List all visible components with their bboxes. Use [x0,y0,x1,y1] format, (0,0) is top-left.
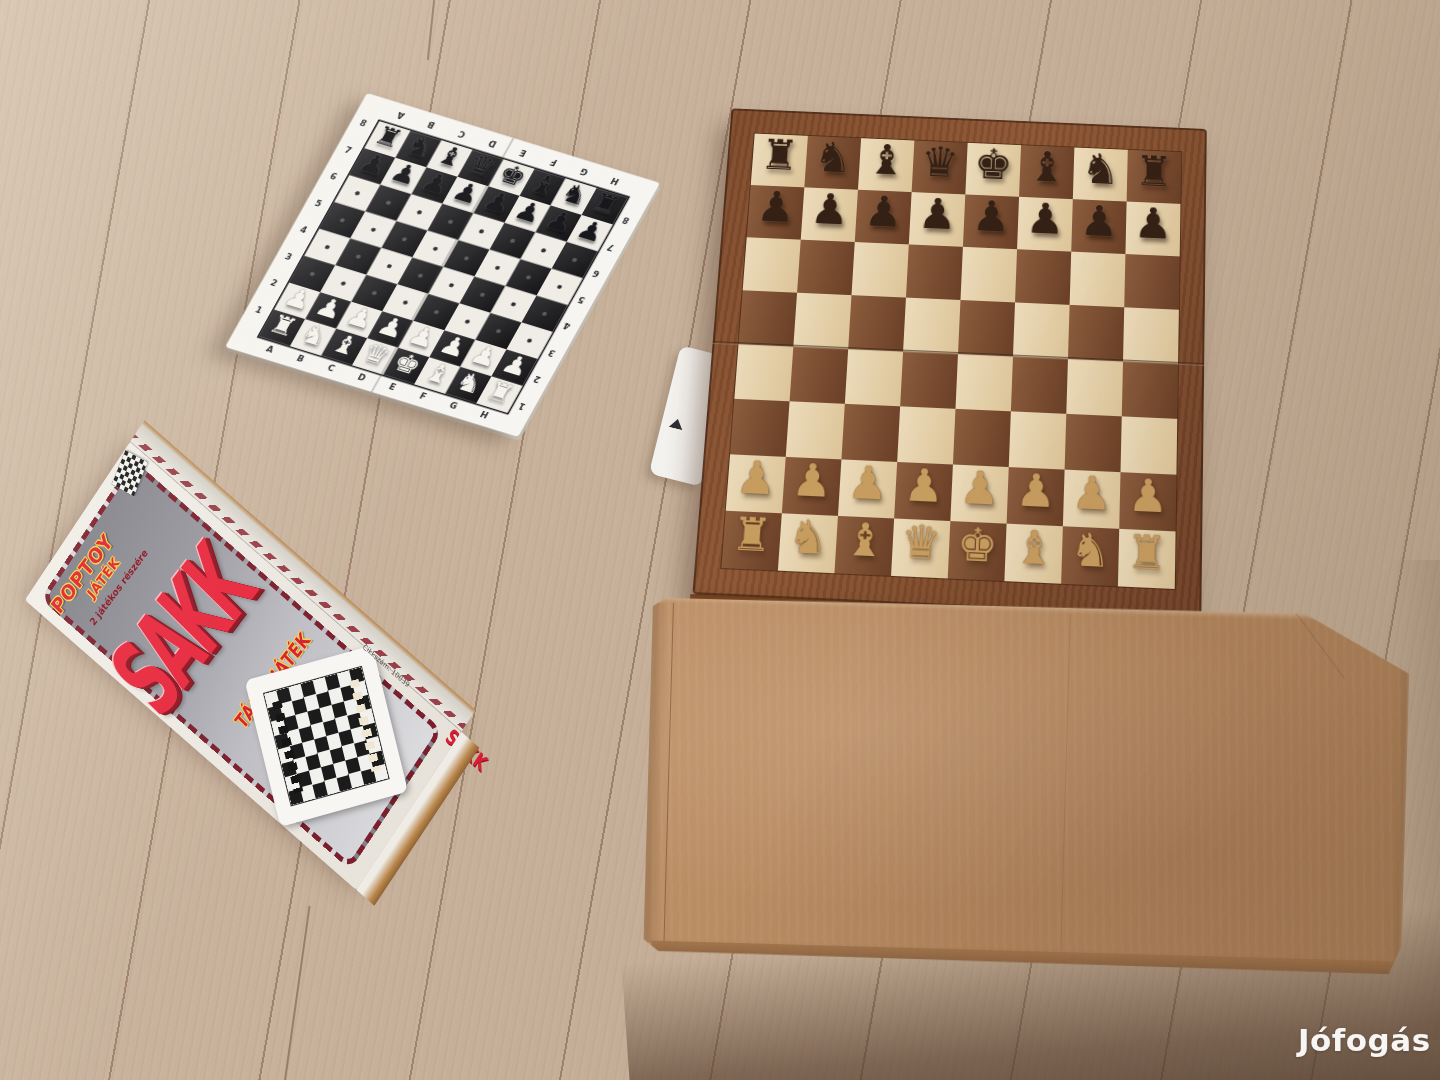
sakk-game-box: POPTOY JÁTÉK 2 játékos részére SAKK TÁBL… [25,442,461,890]
square-b7: ♟ [801,187,858,242]
black-bishop-f8: ♝ [1027,140,1067,193]
square-e6 [960,247,1017,303]
square-e7: ♟ [963,194,1019,249]
white-pawn-g2: ♟ [1071,464,1113,522]
floor-plank-joint [427,0,435,60]
white-queen-d1: ♛ [899,513,942,572]
black-king-e8: ♚ [973,138,1014,191]
black-knight-b8: ♞ [812,131,854,184]
white-rook-a1: ♜ [730,505,775,564]
black-pawn-g7: ♟ [1079,194,1119,248]
square-g7: ♟ [1071,199,1126,254]
square-f6 [1015,249,1071,305]
white-pawn-b2: ♟ [790,451,834,509]
square-g4 [1066,359,1123,416]
square-e5 [958,300,1015,356]
black-pawn-d7: ♟ [917,187,958,241]
square-a1: ♜ [721,511,781,571]
card-mark [669,417,685,430]
square-c5 [848,295,906,351]
white-pawn-c2: ♟ [846,454,889,512]
square-b6 [797,240,855,296]
square-a5 [739,290,798,346]
square-h4 [1122,361,1178,418]
square-d1: ♛ [891,518,950,578]
black-queen-d8: ♛ [919,135,960,188]
black-pawn-e7: ♟ [971,189,1012,243]
plastic-chess-board: HGFEDCBA ABCDEFGH 87654321 12345678 ♜♞♝♛… [225,93,660,437]
white-knight-b1: ♞ [786,507,830,566]
square-b1: ♞ [778,513,838,573]
white-bishop-c1: ♝ [843,510,887,569]
black-pawn-f7: ♟ [1025,191,1065,245]
square-f1: ♝ [1004,524,1062,584]
square-a4 [734,344,793,401]
square-h5 [1123,307,1179,364]
square-b4 [790,347,849,404]
wooden-chess-board: ♜♞♝♛♚♝♞♜♟♟♟♟♟♟♟♟♟♟♟♟♟♟♟♟♜♞♝♛♚♝♞♜ [692,108,1206,617]
square-f4 [1011,356,1068,413]
square-g5 [1068,305,1124,362]
square-h6 [1124,254,1179,310]
cardboard-side-flap [643,603,673,944]
square-a6 [743,237,801,292]
white-pawn-d2: ♟ [902,456,945,514]
square-c4 [845,349,903,406]
square-c7: ♟ [855,190,912,245]
square-d7: ♟ [909,192,966,247]
square-g1: ♞ [1061,526,1119,586]
white-rook-h1: ♜ [1126,523,1168,582]
black-pawn-b7: ♟ [809,182,851,236]
black-pawn-h7: ♟ [1133,196,1173,250]
white-bishop-f1: ♝ [1013,518,1055,577]
jofogas-watermark: Jófogás [1298,1022,1431,1058]
white-pawn-e2: ♟ [959,459,1002,517]
white-pawn-f2: ♟ [1015,461,1057,519]
black-knight-g8: ♞ [1081,142,1121,195]
square-d6 [906,244,963,300]
square-h1: ♜ [1118,529,1176,589]
cover-black-pieces [272,700,303,793]
square-b5 [793,293,851,349]
square-a7: ♟ [747,185,805,240]
cardboard-crease [1060,614,1070,950]
square-d4 [900,352,958,409]
black-rook-a8: ♜ [759,128,801,181]
black-pawn-a7: ♟ [755,180,797,234]
black-pawn-c7: ♟ [863,184,905,238]
square-f7: ♟ [1017,197,1073,252]
photo-scene: ♜♞♝♛♚♝♞♜♟♟♟♟♟♟♟♟♟♟♟♟♟♟♟♟♜♞♝♛♚♝♞♜ HGFEDCB… [0,0,1440,1080]
white-king-e1: ♚ [956,515,999,574]
square-c6 [851,242,908,298]
floor-plank-joint [283,906,310,1080]
cardboard-box [643,595,1411,974]
square-c1: ♝ [834,516,894,576]
square-h7: ♟ [1125,202,1180,257]
white-pawn-a2: ♟ [734,449,778,507]
black-rook-h8: ♜ [1134,145,1173,198]
white-pawn-h2: ♟ [1127,466,1168,524]
square-f5 [1013,302,1070,359]
square-e4 [955,354,1012,411]
cover-mini-chessboard [264,667,388,805]
cover-white-pieces [349,679,380,772]
square-g6 [1070,252,1126,308]
white-knight-g1: ♞ [1069,520,1111,579]
black-bishop-c8: ♝ [866,133,907,186]
square-e1: ♚ [948,521,1007,581]
square-d5 [903,298,960,354]
